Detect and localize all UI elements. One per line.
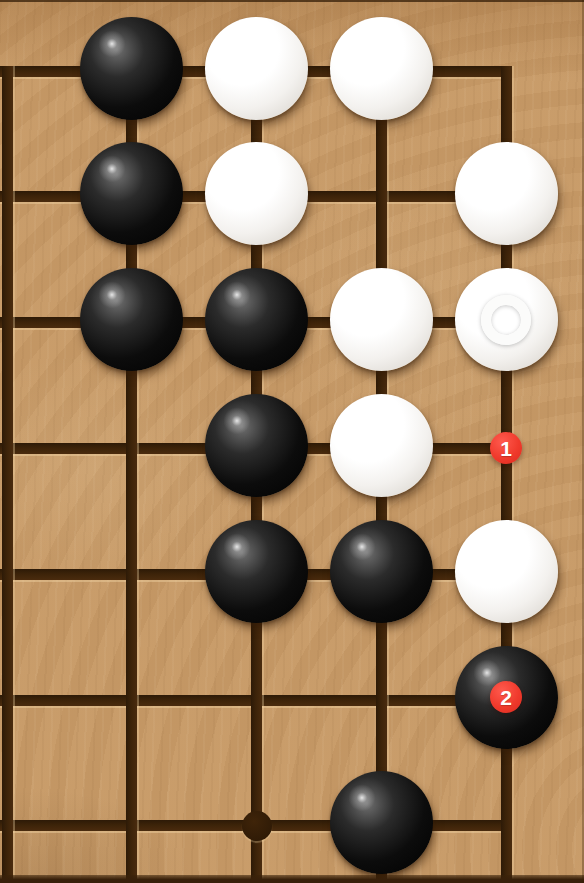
last-move-circle-marker xyxy=(481,295,531,345)
white-stone xyxy=(205,17,308,120)
grid-line-vertical xyxy=(2,66,13,883)
white-stone xyxy=(330,394,433,497)
move-number-badge: 2 xyxy=(490,681,522,713)
black-stone xyxy=(80,17,183,120)
black-stone xyxy=(205,268,308,371)
black-stone xyxy=(205,394,308,497)
black-stone xyxy=(205,520,308,623)
black-stone xyxy=(80,142,183,245)
viewport-top-edge xyxy=(0,0,584,2)
go-board[interactable]: 12 xyxy=(0,0,584,883)
white-stone xyxy=(205,142,308,245)
black-stone xyxy=(330,771,433,874)
star-point xyxy=(242,811,272,841)
black-stone xyxy=(330,520,433,623)
white-stone xyxy=(455,520,558,623)
white-stone xyxy=(330,268,433,371)
black-stone xyxy=(80,268,183,371)
white-stone xyxy=(330,17,433,120)
viewport-bottom-edge xyxy=(0,875,584,883)
white-stone xyxy=(455,142,558,245)
